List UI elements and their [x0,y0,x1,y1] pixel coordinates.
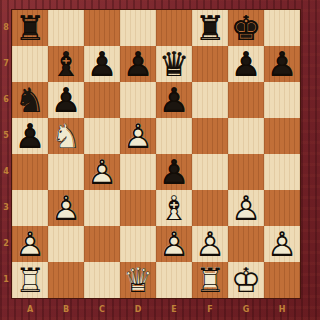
board-square-b1[interactable] [48,262,84,298]
board-square-g4[interactable] [228,154,264,190]
black-queen[interactable]: ♛♕ [156,46,192,82]
file-label-h: H [264,305,300,314]
board-square-d2[interactable] [120,226,156,262]
knight-outline-icon: ♘ [12,82,48,118]
white-pawn[interactable]: ♟♙ [120,118,156,154]
board-square-a1[interactable]: ♜♖ [12,262,48,298]
rank-label-1: 1 [0,262,12,298]
board-square-b6[interactable]: ♟♙ [48,82,84,118]
board-square-d7[interactable]: ♟♙ [120,46,156,82]
pawn-outline-icon: ♙ [84,154,120,190]
board-square-c2[interactable] [84,226,120,262]
pawn-outline-icon: ♙ [156,82,192,118]
white-pawn[interactable]: ♟♙ [156,226,192,262]
board-square-g3[interactable]: ♟♙ [228,190,264,226]
board-square-d6[interactable] [120,82,156,118]
board-square-f7[interactable] [192,46,228,82]
board-square-c7[interactable]: ♟♙ [84,46,120,82]
chess-diagram: 87654321 ♜♖♜♖♚♔♝♗♟♙♟♙♛♕♟♙♟♙♞♘♟♙♟♙♟♙♞♘♟♙♟… [0,0,320,320]
board-square-a8[interactable]: ♜♖ [12,10,48,46]
black-pawn[interactable]: ♟♙ [120,46,156,82]
black-rook[interactable]: ♜♖ [12,10,48,46]
black-bishop[interactable]: ♝♗ [48,46,84,82]
board-square-c3[interactable] [84,190,120,226]
board-square-b4[interactable] [48,154,84,190]
queen-outline-icon: ♕ [120,262,156,298]
black-pawn[interactable]: ♟♙ [48,82,84,118]
pawn-outline-icon: ♙ [12,226,48,262]
board-square-f4[interactable] [192,154,228,190]
board-square-h3[interactable] [264,190,300,226]
board-square-h4[interactable] [264,154,300,190]
board-square-e2[interactable]: ♟♙ [156,226,192,262]
king-outline-icon: ♔ [228,10,264,46]
board-square-b5[interactable]: ♞♘ [48,118,84,154]
white-king[interactable]: ♚♔ [228,262,264,298]
pawn-outline-icon: ♙ [48,190,84,226]
knight-outline-icon: ♘ [48,118,84,154]
board-square-e6[interactable]: ♟♙ [156,82,192,118]
white-pawn[interactable]: ♟♙ [228,190,264,226]
file-label-f: F [192,305,228,314]
file-labels: ABCDEFGH [12,298,300,320]
pawn-outline-icon: ♙ [84,46,120,82]
board-square-a7[interactable] [12,46,48,82]
black-pawn[interactable]: ♟♙ [156,154,192,190]
board-square-c5[interactable] [84,118,120,154]
board-square-e7[interactable]: ♛♕ [156,46,192,82]
white-bishop[interactable]: ♝♗ [156,190,192,226]
board-square-g1[interactable]: ♚♔ [228,262,264,298]
board-square-g5[interactable] [228,118,264,154]
board-square-h5[interactable] [264,118,300,154]
rank-label-5: 5 [0,118,12,154]
board-square-c6[interactable] [84,82,120,118]
black-pawn[interactable]: ♟♙ [228,46,264,82]
rank-label-6: 6 [0,82,12,118]
board-square-b3[interactable]: ♟♙ [48,190,84,226]
board-square-f6[interactable] [192,82,228,118]
file-label-e: E [156,305,192,314]
board-square-d1[interactable]: ♛♕ [120,262,156,298]
white-queen[interactable]: ♛♕ [120,262,156,298]
rook-outline-icon: ♖ [192,10,228,46]
board-square-c4[interactable]: ♟♙ [84,154,120,190]
black-king[interactable]: ♚♔ [228,10,264,46]
board-square-f3[interactable] [192,190,228,226]
board-square-h6[interactable] [264,82,300,118]
file-label-b: B [48,305,84,314]
king-outline-icon: ♔ [228,262,264,298]
board-square-g8[interactable]: ♚♔ [228,10,264,46]
chess-board[interactable]: ♜♖♜♖♚♔♝♗♟♙♟♙♛♕♟♙♟♙♞♘♟♙♟♙♟♙♞♘♟♙♟♙♟♙♟♙♝♗♟♙… [12,10,300,298]
pawn-outline-icon: ♙ [12,118,48,154]
board-square-b7[interactable]: ♝♗ [48,46,84,82]
board-square-e4[interactable]: ♟♙ [156,154,192,190]
pawn-outline-icon: ♙ [120,46,156,82]
bishop-outline-icon: ♗ [48,46,84,82]
rook-outline-icon: ♖ [192,262,228,298]
pawn-outline-icon: ♙ [264,226,300,262]
white-knight[interactable]: ♞♘ [48,118,84,154]
board-square-e3[interactable]: ♝♗ [156,190,192,226]
pawn-outline-icon: ♙ [156,226,192,262]
white-rook[interactable]: ♜♖ [192,262,228,298]
rank-labels: 87654321 [0,10,12,298]
white-pawn[interactable]: ♟♙ [84,154,120,190]
board-square-h1[interactable] [264,262,300,298]
file-label-a: A [12,305,48,314]
rank-label-4: 4 [0,154,12,190]
pawn-outline-icon: ♙ [228,190,264,226]
pawn-outline-icon: ♙ [120,118,156,154]
rank-label-7: 7 [0,46,12,82]
board-square-a6[interactable]: ♞♘ [12,82,48,118]
black-pawn[interactable]: ♟♙ [156,82,192,118]
board-square-a3[interactable] [12,190,48,226]
board-square-h7[interactable]: ♟♙ [264,46,300,82]
board-square-b8[interactable] [48,10,84,46]
file-label-d: D [120,305,156,314]
board-square-g2[interactable] [228,226,264,262]
board-square-d5[interactable]: ♟♙ [120,118,156,154]
board-square-a4[interactable] [12,154,48,190]
pawn-outline-icon: ♙ [264,46,300,82]
board-square-b2[interactable] [48,226,84,262]
board-square-f5[interactable] [192,118,228,154]
board-square-c1[interactable] [84,262,120,298]
board-square-g7[interactable]: ♟♙ [228,46,264,82]
board-square-d3[interactable] [120,190,156,226]
board-square-f1[interactable]: ♜♖ [192,262,228,298]
rank-label-8: 8 [0,10,12,46]
rank-label-3: 3 [0,190,12,226]
bishop-outline-icon: ♗ [156,190,192,226]
board-square-h2[interactable]: ♟♙ [264,226,300,262]
white-pawn[interactable]: ♟♙ [192,226,228,262]
board-square-g6[interactable] [228,82,264,118]
board-square-h8[interactable] [264,10,300,46]
board-square-f2[interactable]: ♟♙ [192,226,228,262]
black-pawn[interactable]: ♟♙ [264,46,300,82]
pawn-outline-icon: ♙ [192,226,228,262]
board-square-f8[interactable]: ♜♖ [192,10,228,46]
file-label-c: C [84,305,120,314]
black-pawn[interactable]: ♟♙ [84,46,120,82]
white-pawn[interactable]: ♟♙ [48,190,84,226]
pawn-outline-icon: ♙ [48,82,84,118]
black-rook[interactable]: ♜♖ [192,10,228,46]
white-pawn[interactable]: ♟♙ [12,226,48,262]
white-pawn[interactable]: ♟♙ [264,226,300,262]
file-label-g: G [228,305,264,314]
white-rook[interactable]: ♜♖ [12,262,48,298]
rook-outline-icon: ♖ [12,262,48,298]
rook-outline-icon: ♖ [12,10,48,46]
pawn-outline-icon: ♙ [156,154,192,190]
pawn-outline-icon: ♙ [228,46,264,82]
board-square-c8[interactable] [84,10,120,46]
board-square-e1[interactable] [156,262,192,298]
black-pawn[interactable]: ♟♙ [12,118,48,154]
board-square-d4[interactable] [120,154,156,190]
board-square-e8[interactable] [156,10,192,46]
board-square-e5[interactable] [156,118,192,154]
board-square-a5[interactable]: ♟♙ [12,118,48,154]
board-square-d8[interactable] [120,10,156,46]
black-knight[interactable]: ♞♘ [12,82,48,118]
queen-outline-icon: ♕ [156,46,192,82]
board-square-a2[interactable]: ♟♙ [12,226,48,262]
rank-label-2: 2 [0,226,12,262]
